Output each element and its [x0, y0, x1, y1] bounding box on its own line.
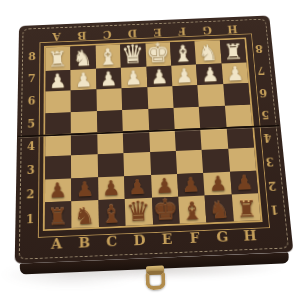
square-f7: ♟	[171, 65, 197, 87]
piece-brown-king: ♚	[152, 195, 179, 225]
square-e3	[150, 151, 177, 175]
square-c8: ♝	[95, 44, 121, 68]
piece-white-pawn: ♟	[175, 66, 193, 86]
square-e7: ♟	[146, 66, 172, 88]
square-h4	[226, 126, 254, 149]
rank-label-right-3: 3	[259, 148, 280, 173]
square-e5	[148, 108, 175, 131]
piece-white-rook: ♜	[48, 49, 68, 71]
rank-label-left-2: 2	[21, 182, 41, 207]
piece-brown-queen: ♛	[126, 197, 152, 226]
piece-brown-pawn: ♟	[102, 179, 121, 200]
square-c4	[97, 131, 124, 154]
square-c5	[97, 110, 123, 133]
square-f6	[172, 85, 199, 107]
piece-white-knight: ♞	[198, 42, 219, 65]
square-f5	[173, 107, 200, 130]
rank-label-left-1: 1	[20, 206, 40, 232]
rank-label-right-1: 1	[263, 196, 285, 222]
piece-white-bishop: ♝	[97, 45, 118, 69]
square-a5	[45, 112, 71, 135]
square-f2: ♟	[177, 173, 205, 197]
square-g8: ♞	[195, 40, 222, 64]
piece-brown-knight: ♞	[74, 203, 96, 228]
square-d3	[124, 152, 151, 176]
piece-white-pawn: ♟	[201, 65, 219, 85]
square-c1: ♝	[98, 199, 125, 227]
rank-label-right-5: 5	[255, 102, 276, 126]
piece-white-pawn: ♟	[150, 67, 168, 87]
square-h6	[223, 83, 250, 105]
piece-white-pawn: ♟	[49, 72, 67, 92]
square-b7: ♟	[71, 69, 96, 91]
rank-label-left-8: 8	[23, 46, 41, 68]
piece-brown-bishop: ♝	[181, 198, 204, 224]
square-b3	[71, 155, 98, 179]
square-a2: ♟	[45, 178, 72, 202]
square-h7: ♟	[221, 63, 248, 85]
piece-white-bishop: ♝	[172, 42, 193, 66]
rank-label-right-8: 8	[249, 37, 269, 59]
square-g7: ♟	[196, 64, 223, 86]
folding-chess-box: ABCDEFGH 87654321 87654321 ABCDEFGH ♜♞♝♛…	[4, 0, 296, 298]
file-label-top-f: F	[169, 24, 195, 38]
square-b8: ♞	[71, 45, 96, 69]
square-e4	[149, 129, 176, 152]
square-d4	[123, 130, 150, 153]
file-label-top-b: B	[69, 28, 94, 42]
square-g6	[198, 84, 225, 106]
square-f8: ♝	[170, 41, 196, 65]
piece-brown-pawn: ♟	[181, 175, 200, 196]
piece-white-rook: ♜	[223, 42, 243, 64]
piece-brown-pawn: ♟	[235, 173, 254, 194]
square-h8: ♜	[220, 39, 247, 63]
square-e8: ♚	[145, 42, 171, 66]
piece-brown-pawn: ♟	[75, 180, 94, 201]
rank-label-left-7: 7	[22, 68, 41, 91]
clasp-ring-icon	[145, 270, 166, 290]
piece-white-pawn: ♟	[99, 69, 117, 89]
square-g2: ♟	[203, 171, 231, 195]
rank-labels-left: 87654321	[20, 46, 41, 232]
square-a8: ♜	[46, 47, 71, 71]
square-d1: ♛	[125, 198, 153, 226]
square-a1: ♜	[45, 201, 72, 229]
square-h3	[228, 148, 256, 172]
rank-label-left-5: 5	[22, 112, 41, 136]
square-f3	[176, 150, 204, 174]
piece-brown-knight: ♞	[208, 198, 230, 223]
square-a7: ♟	[46, 70, 71, 92]
square-g5	[199, 105, 226, 128]
piece-brown-pawn: ♟	[48, 181, 67, 202]
square-e6	[147, 86, 173, 108]
rank-label-right-6: 6	[253, 80, 274, 103]
file-label-top-d: D	[119, 26, 145, 40]
piece-white-queen: ♛	[121, 41, 145, 68]
square-h5	[225, 104, 253, 127]
square-b5	[71, 111, 97, 134]
square-h2: ♟	[230, 170, 258, 194]
square-h1: ♜	[231, 193, 260, 221]
square-e1: ♚	[152, 197, 180, 225]
piece-brown-bishop: ♝	[100, 201, 123, 227]
square-d7: ♟	[121, 67, 147, 89]
square-c3	[97, 153, 124, 177]
square-c2: ♟	[98, 176, 125, 200]
file-label-top-a: A	[44, 29, 69, 43]
square-g1: ♞	[205, 194, 234, 222]
clasp	[142, 265, 167, 294]
square-b2: ♟	[71, 177, 98, 201]
piece-white-pawn: ♟	[226, 64, 244, 84]
square-d6	[122, 87, 148, 109]
board-face: ABCDEFGH 87654321 87654321 ABCDEFGH ♜♞♝♛…	[15, 15, 294, 263]
square-d8: ♛	[120, 43, 146, 67]
rank-label-right-7: 7	[251, 58, 271, 81]
square-f1: ♝	[178, 196, 206, 224]
rank-label-right-2: 2	[261, 172, 283, 197]
piece-brown-rook: ♜	[236, 198, 257, 221]
rank-label-right-4: 4	[257, 125, 278, 149]
square-d5	[122, 109, 148, 132]
product-photo-scene: ABCDEFGH 87654321 87654321 ABCDEFGH ♜♞♝♛…	[0, 0, 300, 298]
piece-white-pawn: ♟	[74, 71, 92, 91]
piece-white-king: ♚	[146, 39, 171, 67]
file-label-top-e: E	[144, 25, 170, 39]
square-a6	[45, 91, 71, 113]
piece-white-pawn: ♟	[125, 68, 143, 88]
square-a3	[45, 156, 71, 180]
square-b1: ♞	[72, 200, 99, 228]
piece-white-knight: ♞	[73, 47, 94, 70]
file-label-top-h: H	[220, 22, 246, 36]
square-c7: ♟	[96, 68, 122, 90]
file-label-top-c: C	[94, 27, 119, 41]
square-g3	[202, 149, 230, 173]
piece-brown-pawn: ♟	[208, 174, 227, 195]
square-c6	[96, 89, 122, 111]
file-label-top-g: G	[194, 23, 220, 37]
piece-brown-rook: ♜	[47, 206, 68, 229]
rank-label-left-3: 3	[21, 158, 40, 183]
square-b6	[71, 90, 97, 112]
